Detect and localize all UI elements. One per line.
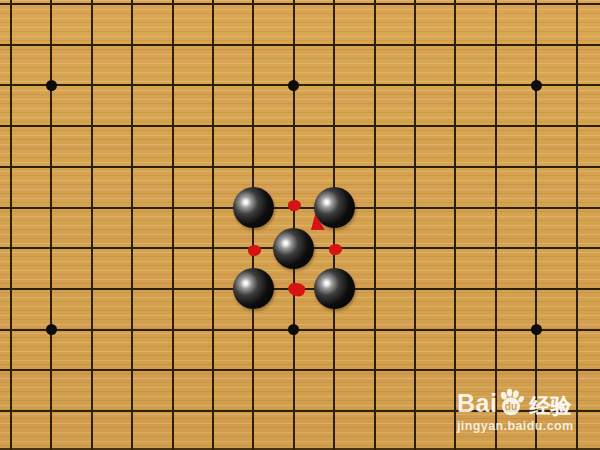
grid-line-vertical (495, 0, 497, 450)
grid-line-horizontal (0, 329, 600, 331)
go-tutorial-screenshot: Bai du 经验 jingyan.baidu.com (0, 0, 600, 450)
watermark-bai-text: Bai (457, 391, 497, 416)
star-point (531, 80, 542, 91)
red-dot-marker (288, 199, 302, 212)
grid-line-vertical (454, 0, 456, 450)
star-point (531, 324, 542, 335)
go-board-surface[interactable] (0, 0, 600, 450)
watermark-logo-row: Bai du 经验 (457, 387, 574, 416)
star-point (46, 80, 57, 91)
black-stone[interactable] (233, 187, 274, 228)
grid-line-vertical (414, 0, 416, 450)
grid-line-vertical (172, 0, 174, 450)
watermark-url-text: jingyan.baidu.com (457, 419, 574, 433)
black-stone[interactable] (273, 228, 314, 269)
grid-line-horizontal (0, 84, 600, 86)
grid-line-vertical (50, 0, 52, 450)
baidu-jingyan-watermark: Bai du 经验 jingyan.baidu.com (457, 387, 574, 433)
red-dot-marker (287, 282, 307, 299)
grid-line-vertical (212, 0, 214, 450)
star-point (288, 80, 299, 91)
grid-line-horizontal (0, 166, 600, 168)
watermark-du-text: du (505, 401, 517, 412)
red-dot-marker (247, 244, 261, 257)
grid-line-vertical (374, 0, 376, 450)
baidu-paw-icon: du (497, 387, 526, 416)
grid-line-vertical (293, 0, 295, 450)
grid-line-horizontal (0, 369, 600, 371)
grid-line-horizontal (0, 44, 600, 46)
grid-line-vertical (10, 0, 12, 450)
star-point (46, 324, 57, 335)
grid-line-horizontal (0, 125, 600, 127)
grid-line-vertical (131, 0, 133, 450)
black-stone[interactable] (233, 268, 274, 309)
black-stone[interactable] (314, 268, 355, 309)
grid-line-vertical (576, 0, 578, 450)
star-point (288, 324, 299, 335)
grid-line-vertical (91, 0, 93, 450)
watermark-jingyan-cn-text: 经验 (529, 395, 571, 416)
red-dot-marker (328, 243, 342, 256)
grid-line-vertical (535, 0, 537, 450)
grid-line-horizontal (0, 3, 600, 5)
